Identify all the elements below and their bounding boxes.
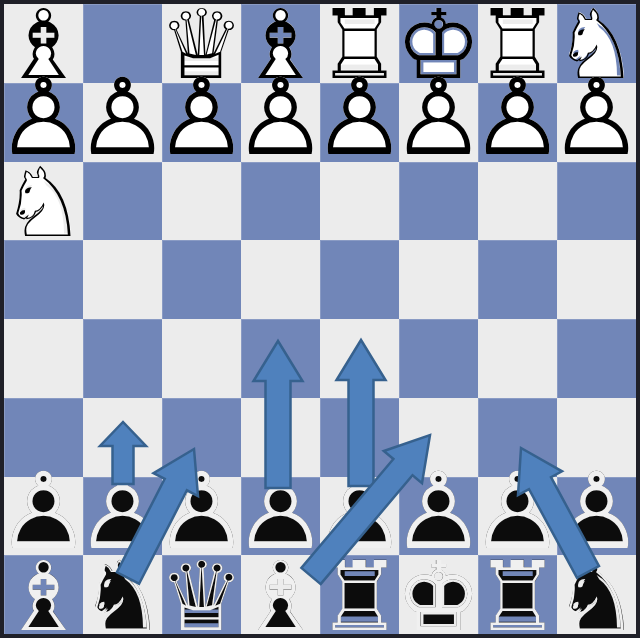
- black-rook-icon: ♜: [478, 557, 557, 636]
- square-b3[interactable]: [478, 162, 557, 241]
- square-d3[interactable]: [320, 162, 399, 241]
- black-pawn-icon: ♟: [320, 473, 399, 552]
- square-b8[interactable]: ♜♖: [478, 555, 557, 634]
- square-g2[interactable]: ♟♙: [83, 83, 162, 162]
- white-pawn-icon: ♟: [241, 79, 320, 158]
- black-bishop-icon: ♝: [4, 557, 83, 636]
- white-rook-icon: ♜: [320, 6, 399, 85]
- white-pawn-outline-icon: ♙: [557, 79, 636, 158]
- black-knight-icon: ♞: [83, 557, 162, 636]
- white-pawn-outline-icon: ♙: [478, 79, 557, 158]
- white-king-icon: ♚: [399, 6, 478, 85]
- square-c4[interactable]: [399, 240, 478, 319]
- white-pawn-outline-icon: ♙: [399, 79, 478, 158]
- square-d5[interactable]: [320, 319, 399, 398]
- black-knight-outline-icon: ♘: [83, 557, 162, 636]
- square-a5[interactable]: [557, 319, 636, 398]
- black-pawn-icon: ♟: [162, 473, 241, 552]
- black-pawn-outline-icon: ♙: [162, 473, 241, 552]
- black-knight-piece[interactable]: ♞♘: [83, 555, 162, 634]
- black-rook-outline-icon: ♖: [478, 557, 557, 636]
- black-pawn-icon: ♟: [83, 473, 162, 552]
- chess-board: ♝♗♛♕♝♗♜♖♚♔♜♖♞♘♟♙♟♙♟♙♟♙♟♙♟♙♟♙♟♙♞♘♟♙♟♙♟♙♟♙…: [0, 0, 640, 638]
- black-pawn-outline-icon: ♙: [478, 473, 557, 552]
- square-g5[interactable]: [83, 319, 162, 398]
- white-bishop-piece[interactable]: ♝♗: [4, 4, 83, 83]
- black-queen-outline-icon: ♕: [162, 557, 241, 636]
- square-a2[interactable]: ♟♙: [557, 83, 636, 162]
- black-king-piece[interactable]: ♚♔: [399, 555, 478, 634]
- square-h3[interactable]: ♞♘: [4, 162, 83, 241]
- white-queen-piece[interactable]: ♛♕: [162, 4, 241, 83]
- black-pawn-piece[interactable]: ♟♙: [320, 477, 399, 556]
- black-king-outline-icon: ♔: [399, 557, 478, 636]
- black-pawn-outline-icon: ♙: [557, 473, 636, 552]
- white-bishop-outline-icon: ♗: [4, 6, 83, 85]
- white-bishop-icon: ♝: [4, 6, 83, 85]
- black-pawn-piece[interactable]: ♟♙: [478, 477, 557, 556]
- square-g7[interactable]: ♟♙: [83, 477, 162, 556]
- black-pawn-piece[interactable]: ♟♙: [162, 477, 241, 556]
- black-pawn-piece[interactable]: ♟♙: [557, 477, 636, 556]
- white-pawn-icon: ♟: [4, 79, 83, 158]
- square-h1[interactable]: ♝♗: [4, 4, 83, 83]
- square-f5[interactable]: [162, 319, 241, 398]
- white-king-piece[interactable]: ♚♔: [399, 4, 478, 83]
- white-knight-icon: ♞: [557, 6, 636, 85]
- square-g8[interactable]: ♞♘: [83, 555, 162, 634]
- black-pawn-outline-icon: ♙: [4, 473, 83, 552]
- square-b7[interactable]: ♟♙: [478, 477, 557, 556]
- square-g1[interactable]: [83, 4, 162, 83]
- black-king-icon: ♚: [399, 557, 478, 636]
- square-b4[interactable]: [478, 240, 557, 319]
- white-pawn-icon: ♟: [478, 79, 557, 158]
- white-pawn-outline-icon: ♙: [162, 79, 241, 158]
- white-bishop-piece[interactable]: ♝♗: [241, 4, 320, 83]
- black-pawn-icon: ♟: [241, 473, 320, 552]
- chess-diagram: ♝♗♛♕♝♗♜♖♚♔♜♖♞♘♟♙♟♙♟♙♟♙♟♙♟♙♟♙♟♙♞♘♟♙♟♙♟♙♟♙…: [0, 0, 640, 638]
- square-c3[interactable]: [399, 162, 478, 241]
- black-bishop-piece[interactable]: ♝♗: [241, 555, 320, 634]
- black-rook-piece[interactable]: ♜♖: [320, 555, 399, 634]
- black-pawn-icon: ♟: [399, 473, 478, 552]
- square-f7[interactable]: ♟♙: [162, 477, 241, 556]
- square-g4[interactable]: [83, 240, 162, 319]
- black-pawn-icon: ♟: [478, 473, 557, 552]
- white-knight-piece[interactable]: ♞♘: [557, 4, 636, 83]
- square-h7[interactable]: ♟♙: [4, 477, 83, 556]
- black-rook-piece[interactable]: ♜♖: [478, 555, 557, 634]
- white-pawn-piece[interactable]: ♟♙: [320, 83, 399, 162]
- square-d4[interactable]: [320, 240, 399, 319]
- white-pawn-piece[interactable]: ♟♙: [478, 83, 557, 162]
- square-a3[interactable]: [557, 162, 636, 241]
- black-pawn-outline-icon: ♙: [320, 473, 399, 552]
- white-rook-outline-icon: ♖: [478, 6, 557, 85]
- square-e7[interactable]: ♟♙: [241, 477, 320, 556]
- black-pawn-piece[interactable]: ♟♙: [399, 477, 478, 556]
- black-bishop-outline-icon: ♗: [241, 557, 320, 636]
- white-pawn-icon: ♟: [399, 79, 478, 158]
- black-knight-piece[interactable]: ♞♘: [557, 555, 636, 634]
- square-b6[interactable]: [478, 398, 557, 477]
- black-knight-outline-icon: ♘: [557, 557, 636, 636]
- square-f1[interactable]: ♛♕: [162, 4, 241, 83]
- white-pawn-icon: ♟: [162, 79, 241, 158]
- white-rook-outline-icon: ♖: [320, 6, 399, 85]
- square-e4[interactable]: [241, 240, 320, 319]
- square-g3[interactable]: [83, 162, 162, 241]
- black-bishop-outline-icon: ♗: [4, 557, 83, 636]
- square-c5[interactable]: [399, 319, 478, 398]
- white-pawn-icon: ♟: [320, 79, 399, 158]
- black-pawn-piece[interactable]: ♟♙: [241, 477, 320, 556]
- white-pawn-icon: ♟: [83, 79, 162, 158]
- square-f3[interactable]: [162, 162, 241, 241]
- black-rook-outline-icon: ♖: [320, 557, 399, 636]
- square-a6[interactable]: [557, 398, 636, 477]
- white-queen-outline-icon: ♕: [162, 6, 241, 85]
- black-queen-icon: ♛: [162, 557, 241, 636]
- square-a8[interactable]: ♞♘: [557, 555, 636, 634]
- square-c6[interactable]: [399, 398, 478, 477]
- square-d2[interactable]: ♟♙: [320, 83, 399, 162]
- white-knight-outline-icon: ♘: [557, 6, 636, 85]
- white-bishop-icon: ♝: [241, 6, 320, 85]
- black-pawn-icon: ♟: [557, 473, 636, 552]
- square-a4[interactable]: [557, 240, 636, 319]
- square-d6[interactable]: [320, 398, 399, 477]
- square-e3[interactable]: [241, 162, 320, 241]
- black-bishop-icon: ♝: [241, 557, 320, 636]
- white-pawn-piece[interactable]: ♟♙: [4, 83, 83, 162]
- white-pawn-outline-icon: ♙: [83, 79, 162, 158]
- white-rook-icon: ♜: [478, 6, 557, 85]
- square-f2[interactable]: ♟♙: [162, 83, 241, 162]
- white-knight-piece[interactable]: ♞♘: [4, 162, 83, 241]
- square-h5[interactable]: [4, 319, 83, 398]
- white-pawn-piece[interactable]: ♟♙: [83, 83, 162, 162]
- white-king-outline-icon: ♔: [399, 6, 478, 85]
- white-bishop-outline-icon: ♗: [241, 6, 320, 85]
- square-e8[interactable]: ♝♗: [241, 555, 320, 634]
- square-d1[interactable]: ♜♖: [320, 4, 399, 83]
- square-c1[interactable]: ♚♔: [399, 4, 478, 83]
- square-e6[interactable]: [241, 398, 320, 477]
- white-pawn-piece[interactable]: ♟♙: [399, 83, 478, 162]
- black-pawn-piece[interactable]: ♟♙: [83, 477, 162, 556]
- square-b5[interactable]: [478, 319, 557, 398]
- white-pawn-piece[interactable]: ♟♙: [162, 83, 241, 162]
- square-f4[interactable]: [162, 240, 241, 319]
- square-b1[interactable]: ♜♖: [478, 4, 557, 83]
- square-f6[interactable]: [162, 398, 241, 477]
- square-h8[interactable]: ♝♗: [4, 555, 83, 634]
- white-pawn-piece[interactable]: ♟♙: [557, 83, 636, 162]
- black-pawn-icon: ♟: [4, 473, 83, 552]
- square-c7[interactable]: ♟♙: [399, 477, 478, 556]
- square-h2[interactable]: ♟♙: [4, 83, 83, 162]
- black-pawn-outline-icon: ♙: [399, 473, 478, 552]
- square-d8[interactable]: ♜♖: [320, 555, 399, 634]
- white-rook-piece[interactable]: ♜♖: [478, 4, 557, 83]
- square-b2[interactable]: ♟♙: [478, 83, 557, 162]
- square-d7[interactable]: ♟♙: [320, 477, 399, 556]
- square-e1[interactable]: ♝♗: [241, 4, 320, 83]
- white-knight-icon: ♞: [4, 164, 83, 243]
- black-pawn-outline-icon: ♙: [241, 473, 320, 552]
- white-rook-piece[interactable]: ♜♖: [320, 4, 399, 83]
- white-pawn-icon: ♟: [557, 79, 636, 158]
- white-knight-outline-icon: ♘: [4, 164, 83, 243]
- black-queen-piece[interactable]: ♛♕: [162, 555, 241, 634]
- square-h6[interactable]: [4, 398, 83, 477]
- white-pawn-outline-icon: ♙: [4, 79, 83, 158]
- square-h4[interactable]: [4, 240, 83, 319]
- square-f8[interactable]: ♛♕: [162, 555, 241, 634]
- square-g6[interactable]: [83, 398, 162, 477]
- black-bishop-piece[interactable]: ♝♗: [4, 555, 83, 634]
- black-pawn-piece[interactable]: ♟♙: [4, 477, 83, 556]
- white-pawn-piece[interactable]: ♟♙: [241, 83, 320, 162]
- square-c8[interactable]: ♚♔: [399, 555, 478, 634]
- square-a1[interactable]: ♞♘: [557, 4, 636, 83]
- square-e5[interactable]: [241, 319, 320, 398]
- square-c2[interactable]: ♟♙: [399, 83, 478, 162]
- white-pawn-outline-icon: ♙: [241, 79, 320, 158]
- white-queen-icon: ♛: [162, 6, 241, 85]
- black-rook-icon: ♜: [320, 557, 399, 636]
- black-knight-icon: ♞: [557, 557, 636, 636]
- square-e2[interactable]: ♟♙: [241, 83, 320, 162]
- square-a7[interactable]: ♟♙: [557, 477, 636, 556]
- white-pawn-outline-icon: ♙: [320, 79, 399, 158]
- black-pawn-outline-icon: ♙: [83, 473, 162, 552]
